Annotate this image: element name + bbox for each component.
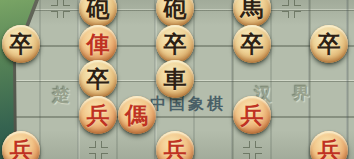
piece-glyph: 卒: [318, 33, 341, 56]
xiangqi-board[interactable]: 楚河汉界 中国象棋 砲砲馬卒俥卒卒卒卒車兵傌兵兵兵兵: [0, 0, 354, 159]
watermark-text: 中国象棋: [150, 94, 240, 115]
piece-glyph: 兵: [164, 139, 187, 159]
point-marker-corner: [294, 0, 301, 6]
piece-glyph: 馬: [241, 0, 264, 20]
point-marker-corner: [89, 153, 96, 159]
piece-glyph: 兵: [10, 139, 33, 159]
piece-red-chariot[interactable]: 俥: [79, 25, 117, 63]
piece-glyph: 車: [164, 68, 187, 91]
piece-glyph: 俥: [87, 33, 110, 56]
point-marker: [98, 150, 106, 158]
point-marker-corner: [282, 11, 289, 18]
piece-glyph: 砲: [87, 0, 110, 20]
piece-glyph: 卒: [164, 33, 187, 56]
piece-red-horse[interactable]: 傌: [118, 96, 156, 134]
point-marker-corner: [243, 153, 250, 159]
river-text-char: 楚: [53, 84, 70, 107]
piece-black-soldier[interactable]: 卒: [2, 25, 40, 63]
piece-black-soldier[interactable]: 卒: [79, 60, 117, 98]
piece-black-soldier[interactable]: 卒: [156, 25, 194, 63]
piece-red-soldier[interactable]: 兵: [233, 96, 271, 134]
point-marker-corner: [243, 141, 250, 148]
piece-black-chariot[interactable]: 車: [156, 60, 194, 98]
point-marker-corner: [63, 11, 70, 18]
point-marker: [60, 8, 68, 16]
point-marker-corner: [51, 0, 58, 6]
piece-glyph: 傌: [125, 104, 148, 127]
point-marker: [291, 8, 299, 16]
piece-glyph: 卒: [241, 33, 264, 56]
piece-glyph: 卒: [10, 33, 33, 56]
piece-red-soldier[interactable]: 兵: [79, 96, 117, 134]
point-marker-corner: [294, 11, 301, 18]
point-marker-corner: [89, 141, 96, 148]
point-marker-corner: [255, 153, 262, 159]
river-text-char: 界: [293, 82, 310, 105]
point-marker-corner: [255, 141, 262, 148]
piece-glyph: 兵: [241, 104, 264, 127]
piece-black-soldier[interactable]: 卒: [233, 25, 271, 63]
point-marker-corner: [101, 153, 108, 159]
piece-glyph: 卒: [87, 68, 110, 91]
piece-black-soldier[interactable]: 卒: [310, 25, 348, 63]
point-marker-corner: [63, 0, 70, 6]
piece-glyph: 砲: [164, 0, 187, 20]
piece-glyph: 兵: [318, 139, 341, 159]
point-marker-corner: [51, 11, 58, 18]
point-marker: [252, 150, 260, 158]
point-marker-corner: [282, 0, 289, 6]
piece-glyph: 兵: [87, 104, 110, 127]
point-marker-corner: [101, 141, 108, 148]
